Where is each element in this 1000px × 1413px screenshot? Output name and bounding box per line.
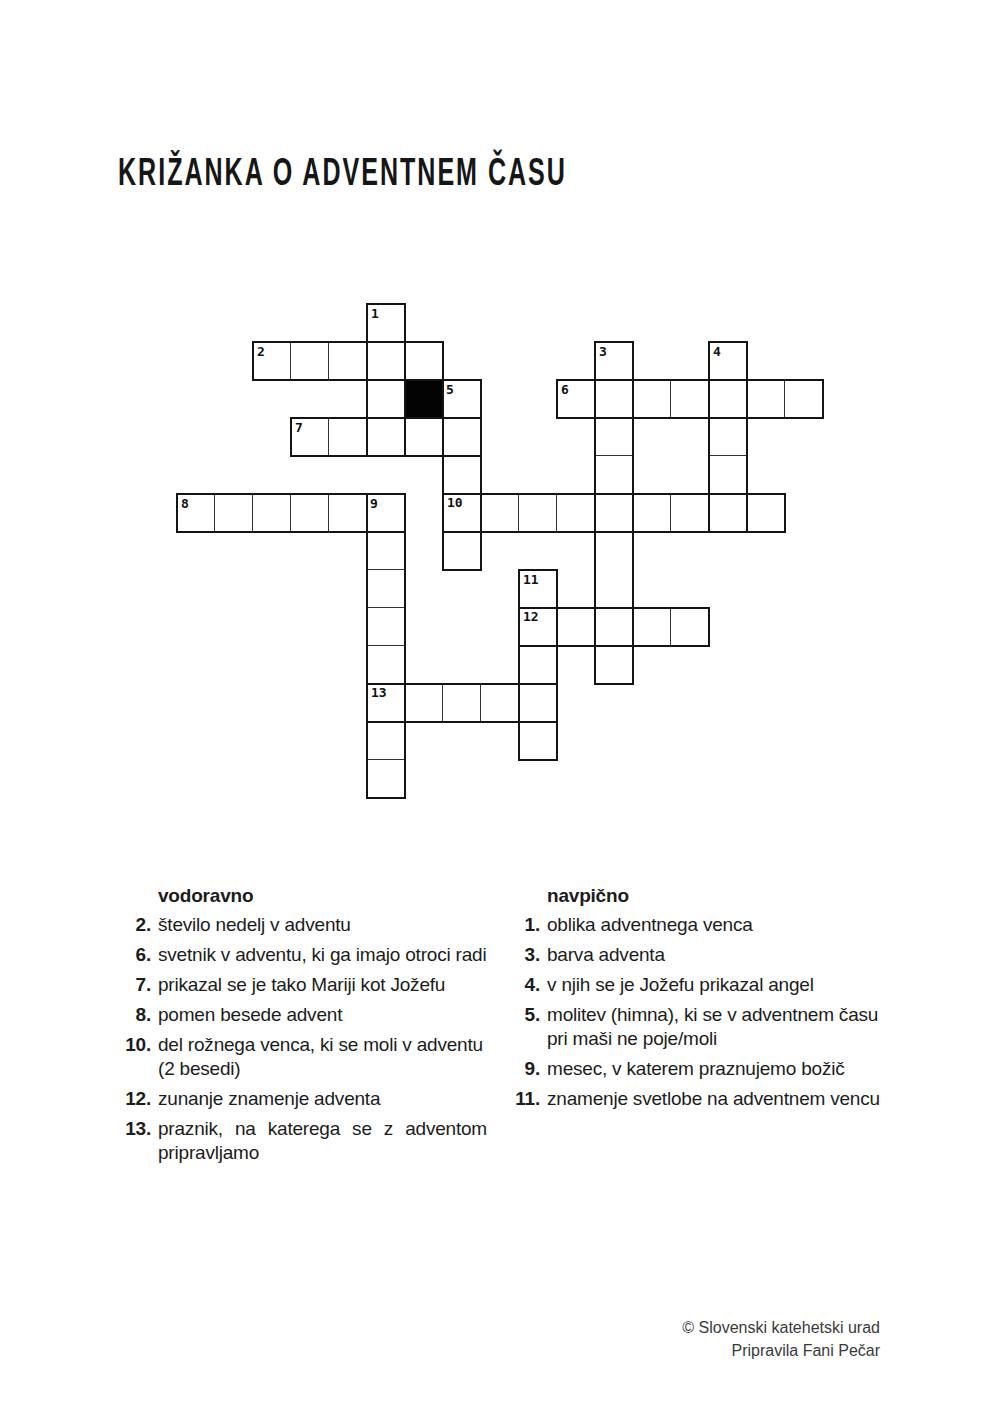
void (595, 684, 633, 722)
void (633, 570, 671, 608)
void (253, 722, 291, 760)
cell-number-5: 5 (446, 382, 454, 397)
cell-r2-c16 (785, 380, 823, 418)
clue-across-8: 8.pomen besede advent (125, 1003, 487, 1027)
cell-number-12: 12 (523, 609, 539, 624)
void (557, 760, 595, 798)
void (709, 684, 747, 722)
void (671, 684, 709, 722)
cell-r5-c14 (709, 494, 747, 532)
cell-r10-c6 (405, 684, 443, 722)
down-header: navpično (547, 884, 886, 908)
void (253, 570, 291, 608)
clue-across-7: 7.prikazal se je tako Mariji kot Jožefu (125, 973, 487, 997)
cell-r10-c7 (443, 684, 481, 722)
cell-number-8: 8 (181, 496, 189, 511)
void (481, 646, 519, 684)
void (557, 532, 595, 570)
void (253, 608, 291, 646)
cell-r11-c5 (367, 722, 405, 760)
clue-text-line: zunanje znamenje adventa (158, 1087, 487, 1111)
void (177, 684, 215, 722)
void (215, 760, 253, 798)
void (557, 684, 595, 722)
void (405, 456, 443, 494)
clue-down-3: 3.barva adventa (514, 943, 886, 967)
void (595, 760, 633, 798)
void (633, 342, 671, 380)
void (215, 456, 253, 494)
void (329, 380, 367, 418)
cell-r8-c13 (671, 608, 709, 646)
void (329, 456, 367, 494)
void (633, 760, 671, 798)
clue-text-line: praznik, na katerega se z adventom (158, 1117, 487, 1141)
void (253, 456, 291, 494)
void (595, 304, 633, 342)
cell-number-4: 4 (713, 344, 721, 359)
clue-down-4: 4.v njih se je Jožefu prikazal angel (514, 973, 886, 997)
clue-across-13: 13.praznik, na katerega se z adventompri… (125, 1117, 487, 1165)
cell-r8-c5 (367, 608, 405, 646)
void (329, 304, 367, 342)
cell-number-2: 2 (257, 344, 265, 359)
void (747, 342, 785, 380)
void (671, 646, 709, 684)
clue-text-line: del rožnega venca, ki se moli v adventu (158, 1033, 487, 1057)
void (595, 532, 633, 570)
cell-r2-c11 (595, 380, 633, 418)
void (785, 684, 823, 722)
void (557, 646, 595, 684)
void (443, 570, 481, 608)
void (177, 304, 215, 342)
clue-down-1: 1.oblika adventnega venca (514, 913, 886, 937)
clue-number: 11. (514, 1087, 540, 1111)
void (291, 304, 329, 342)
cell-r6-c7 (443, 532, 481, 570)
void (405, 532, 443, 570)
void (557, 304, 595, 342)
clue-number: 7. (125, 973, 151, 997)
cell-r7-c9: 11 (519, 570, 557, 608)
void (253, 646, 291, 684)
cell-r3-c6 (405, 418, 443, 456)
void (785, 532, 823, 570)
void (329, 570, 367, 608)
void (215, 304, 253, 342)
crossword-grid: 12345678910111213 (177, 304, 823, 798)
clue-across-10: 10.del rožnega venca, ki se moli v adven… (125, 1033, 487, 1081)
clue-text-line: pripravljamo (158, 1141, 487, 1165)
void (215, 342, 253, 380)
void (481, 342, 519, 380)
void (177, 570, 215, 608)
void (443, 342, 481, 380)
void (519, 760, 557, 798)
cell-r3-c4 (329, 418, 367, 456)
clue-down-5: 5.molitev (himna), ki se v adventnem čas… (514, 1003, 886, 1051)
void (405, 570, 443, 608)
cell-r1-c2: 2 (253, 342, 291, 380)
void (519, 380, 557, 418)
void (291, 570, 329, 608)
cell-number-13: 13 (371, 685, 387, 700)
void (595, 570, 633, 608)
void (709, 532, 747, 570)
void (443, 304, 481, 342)
void (785, 342, 823, 380)
void (785, 646, 823, 684)
cell-r5-c11 (595, 494, 633, 532)
cell-r5-c0: 8 (177, 494, 215, 532)
clue-across-12: 12.zunanje znamenje adventa (125, 1087, 487, 1111)
void (671, 456, 709, 494)
void (633, 304, 671, 342)
void (177, 532, 215, 570)
cell-number-1: 1 (371, 306, 379, 321)
void (785, 418, 823, 456)
void (177, 760, 215, 798)
void (177, 342, 215, 380)
cell-r11-c9 (519, 722, 557, 760)
cell-r4-c7 (443, 456, 481, 494)
void (329, 608, 367, 646)
void (291, 722, 329, 760)
clue-text-line: znamenje svetlobe na adventnem vencu (547, 1087, 886, 1111)
black-cell (405, 380, 443, 418)
void (747, 608, 785, 646)
page-title: KRIŽANKA O ADVENTNEM ČASU (118, 151, 567, 194)
void (633, 532, 671, 570)
void (671, 418, 709, 456)
cell-r5-c9 (519, 494, 557, 532)
cell-r2-c7: 5 (443, 380, 481, 418)
void (291, 646, 329, 684)
cell-r6-c5 (367, 532, 405, 570)
clue-text-line: prikazal se je tako Mariji kot Jožefu (158, 973, 487, 997)
void (291, 532, 329, 570)
void (443, 722, 481, 760)
cell-r7-c5 (367, 570, 405, 608)
cell-r5-c7: 10 (443, 494, 481, 532)
footer-copyright: © Slovenski katehetski urad (682, 1316, 880, 1339)
clue-down-11: 11.znamenje svetlobe na adventnem vencu (514, 1087, 886, 1111)
cell-r3-c3: 7 (291, 418, 329, 456)
void (747, 456, 785, 494)
void (747, 570, 785, 608)
void (443, 760, 481, 798)
cell-r1-c3 (291, 342, 329, 380)
void (709, 304, 747, 342)
clue-number: 2. (125, 913, 151, 937)
void (747, 532, 785, 570)
void (215, 532, 253, 570)
void (671, 304, 709, 342)
void (747, 760, 785, 798)
cell-r8-c12 (633, 608, 671, 646)
void (785, 494, 823, 532)
void (215, 418, 253, 456)
void (557, 418, 595, 456)
cell-r2-c5 (367, 380, 405, 418)
clue-text-line: svetnik v adventu, ki ga imajo otroci ra… (158, 943, 487, 967)
cell-r10-c8 (481, 684, 519, 722)
clue-text-line: število nedelj v adventu (158, 913, 487, 937)
void (709, 570, 747, 608)
cell-r3-c11 (595, 418, 633, 456)
clue-number: 10. (125, 1033, 151, 1057)
void (215, 570, 253, 608)
cell-r5-c5: 9 (367, 494, 405, 532)
void (215, 608, 253, 646)
void (481, 456, 519, 494)
void (253, 532, 291, 570)
void (633, 722, 671, 760)
clue-number: 5. (514, 1003, 540, 1027)
void (481, 722, 519, 760)
void (519, 342, 557, 380)
cell-r0-c5: 1 (367, 304, 405, 342)
void (747, 722, 785, 760)
cell-r9-c11 (595, 646, 633, 684)
cell-r5-c2 (253, 494, 291, 532)
void (671, 722, 709, 760)
void (671, 570, 709, 608)
cell-r3-c7 (443, 418, 481, 456)
void (633, 646, 671, 684)
void (785, 570, 823, 608)
clue-across-2: 2.število nedelj v adventu (125, 913, 487, 937)
void (671, 532, 709, 570)
cell-r3-c5 (367, 418, 405, 456)
clue-text-line: v njih se je Jožefu prikazal angel (547, 973, 886, 997)
clue-number: 9. (514, 1057, 540, 1081)
cell-r5-c15 (747, 494, 785, 532)
void (253, 760, 291, 798)
void (405, 760, 443, 798)
across-clues-section: vodoravno 2.število nedelj v adventu6.sv… (125, 884, 487, 1171)
void (405, 608, 443, 646)
void (177, 418, 215, 456)
void (443, 608, 481, 646)
void (747, 646, 785, 684)
clue-number: 6. (125, 943, 151, 967)
down-clues-section: navpično 1.oblika adventnega venca3.barv… (514, 884, 886, 1117)
clue-number: 8. (125, 1003, 151, 1027)
cell-r9-c9 (519, 646, 557, 684)
void (405, 304, 443, 342)
cell-r5-c8 (481, 494, 519, 532)
void (329, 684, 367, 722)
cell-number-10: 10 (447, 495, 463, 510)
clue-text-line: pomen besede advent (158, 1003, 487, 1027)
cell-r2-c14 (709, 380, 747, 418)
void (519, 532, 557, 570)
void (785, 456, 823, 494)
clue-number: 3. (514, 943, 540, 967)
cell-number-9: 9 (370, 496, 378, 511)
clue-text-line: (2 besedi) (158, 1057, 487, 1081)
void (557, 722, 595, 760)
void (481, 304, 519, 342)
cell-r5-c12 (633, 494, 671, 532)
void (747, 304, 785, 342)
cell-r5-c1 (215, 494, 253, 532)
void (253, 418, 291, 456)
void (747, 684, 785, 722)
cell-r4-c14 (709, 456, 747, 494)
void (215, 380, 253, 418)
cell-r2-c12 (633, 380, 671, 418)
void (253, 380, 291, 418)
void (481, 608, 519, 646)
void (747, 418, 785, 456)
void (481, 418, 519, 456)
clue-text-line: mesec, v katerem praznujemo božič (547, 1057, 886, 1081)
clue-text-line: oblika adventnega venca (547, 913, 886, 937)
void (177, 456, 215, 494)
void (557, 342, 595, 380)
void (215, 684, 253, 722)
clue-number: 13. (125, 1117, 151, 1141)
void (291, 608, 329, 646)
footer: © Slovenski katehetski urad Pripravila F… (682, 1316, 880, 1362)
clue-text-line: molitev (himna), ki se v adventnem času (547, 1003, 886, 1027)
worksheet-page: KRIŽANKA O ADVENTNEM ČASU 12345678910111… (0, 0, 1000, 1413)
void (291, 456, 329, 494)
cell-r5-c3 (291, 494, 329, 532)
void (481, 570, 519, 608)
void (405, 722, 443, 760)
void (329, 722, 367, 760)
void (291, 760, 329, 798)
void (785, 304, 823, 342)
void (177, 608, 215, 646)
void (405, 494, 443, 532)
void (633, 456, 671, 494)
clue-number: 4. (514, 973, 540, 997)
void (481, 532, 519, 570)
cell-r9-c5 (367, 646, 405, 684)
void (671, 760, 709, 798)
cell-number-3: 3 (599, 344, 607, 359)
cell-r10-c5: 13 (367, 684, 405, 722)
void (367, 456, 405, 494)
cell-number-11: 11 (523, 572, 539, 587)
cell-r12-c5 (367, 760, 405, 798)
cell-r8-c11 (595, 608, 633, 646)
void (329, 760, 367, 798)
cell-number-6: 6 (561, 382, 569, 397)
void (253, 684, 291, 722)
clue-down-9: 9.mesec, v katerem praznujemo božič (514, 1057, 886, 1081)
void (709, 722, 747, 760)
void (709, 760, 747, 798)
footer-author: Pripravila Fani Pečar (682, 1339, 880, 1362)
void (633, 418, 671, 456)
cell-r2-c13 (671, 380, 709, 418)
cell-r5-c10 (557, 494, 595, 532)
clue-text-line: barva adventa (547, 943, 886, 967)
cell-r1-c5 (367, 342, 405, 380)
clue-text-line: pri maši ne poje/moli (547, 1027, 886, 1051)
void (177, 646, 215, 684)
void (519, 456, 557, 494)
cell-r5-c13 (671, 494, 709, 532)
void (481, 760, 519, 798)
void (177, 722, 215, 760)
void (633, 684, 671, 722)
void (557, 570, 595, 608)
void (177, 380, 215, 418)
void (595, 722, 633, 760)
clue-across-6: 6.svetnik v adventu, ki ga imajo otroci … (125, 943, 487, 967)
cell-r2-c10: 6 (557, 380, 595, 418)
void (709, 646, 747, 684)
void (291, 380, 329, 418)
clue-number: 1. (514, 913, 540, 937)
void (785, 722, 823, 760)
void (671, 342, 709, 380)
clue-number: 12. (125, 1087, 151, 1111)
void (519, 418, 557, 456)
cell-r1-c11: 3 (595, 342, 633, 380)
void (785, 760, 823, 798)
cell-number-7: 7 (295, 420, 303, 435)
cell-r1-c6 (405, 342, 443, 380)
void (785, 608, 823, 646)
void (329, 532, 367, 570)
across-header: vodoravno (158, 884, 487, 908)
void (405, 646, 443, 684)
cell-r8-c9: 12 (519, 608, 557, 646)
cell-r8-c10 (557, 608, 595, 646)
cell-r5-c4 (329, 494, 367, 532)
cell-r3-c14 (709, 418, 747, 456)
cell-r2-c15 (747, 380, 785, 418)
void (557, 456, 595, 494)
void (291, 684, 329, 722)
cell-r1-c4 (329, 342, 367, 380)
void (481, 380, 519, 418)
void (253, 304, 291, 342)
void (215, 646, 253, 684)
cell-r4-c11 (595, 456, 633, 494)
void (329, 646, 367, 684)
cell-r1-c14: 4 (709, 342, 747, 380)
void (443, 646, 481, 684)
void (215, 722, 253, 760)
cell-r10-c9 (519, 684, 557, 722)
void (709, 608, 747, 646)
void (519, 304, 557, 342)
